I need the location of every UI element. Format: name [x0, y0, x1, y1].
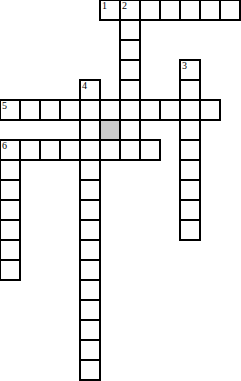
- grid-cell[interactable]: [0, 179, 21, 201]
- grid-cell[interactable]: [179, 219, 201, 241]
- grid-cell[interactable]: [39, 99, 61, 121]
- grid-cell[interactable]: [59, 139, 81, 161]
- grid-cell[interactable]: [0, 199, 21, 221]
- grid-cell[interactable]: [119, 19, 141, 41]
- grid-cell[interactable]: 2: [119, 0, 141, 21]
- grid-cell[interactable]: [0, 259, 21, 281]
- grid-cell[interactable]: [179, 0, 201, 21]
- grid-cell[interactable]: [179, 79, 201, 101]
- grid-cell[interactable]: [99, 139, 121, 161]
- clue-number: 4: [82, 81, 87, 90]
- grid-cell[interactable]: [79, 299, 101, 321]
- grid-cell[interactable]: [39, 139, 61, 161]
- grid-cell[interactable]: [19, 99, 41, 121]
- grid-cell[interactable]: [79, 159, 101, 181]
- grid-cell[interactable]: [179, 179, 201, 201]
- crossword-board: 123456: [0, 0, 241, 381]
- clue-number: 5: [2, 101, 7, 110]
- grid-cell[interactable]: [119, 59, 141, 81]
- grid-cell[interactable]: [159, 99, 181, 121]
- grid-cell[interactable]: [19, 139, 41, 161]
- grid-cell[interactable]: 3: [179, 59, 201, 81]
- grid-cell[interactable]: [79, 319, 101, 341]
- grid-cell[interactable]: [79, 279, 101, 301]
- grid-cell[interactable]: [139, 0, 161, 21]
- grid-cell[interactable]: [99, 99, 121, 121]
- grid-cell[interactable]: [119, 79, 141, 101]
- grid-cell[interactable]: [79, 199, 101, 221]
- clue-number: 3: [182, 61, 187, 70]
- grid-cell[interactable]: [119, 119, 141, 141]
- grid-cell[interactable]: [79, 139, 101, 161]
- grid-cell[interactable]: [219, 0, 241, 21]
- grid-cell[interactable]: [139, 99, 161, 121]
- grid-cell[interactable]: [179, 199, 201, 221]
- grid-cell[interactable]: [59, 99, 81, 121]
- grid-cell[interactable]: [199, 0, 221, 21]
- grid-cell[interactable]: 6: [0, 139, 21, 161]
- grid-cell[interactable]: [199, 99, 221, 121]
- grid-cell[interactable]: [79, 179, 101, 201]
- grid-cell[interactable]: [119, 99, 141, 121]
- grid-cell[interactable]: [79, 339, 101, 361]
- grid-cell[interactable]: [179, 159, 201, 181]
- clue-number: 6: [2, 141, 7, 150]
- grid-cell[interactable]: [179, 119, 201, 141]
- clue-number: 1: [102, 1, 107, 10]
- grid-cell[interactable]: [79, 219, 101, 241]
- grid-cell[interactable]: [0, 219, 21, 241]
- grid-cell[interactable]: [79, 359, 101, 381]
- grid-cell[interactable]: [119, 39, 141, 61]
- grid-cell[interactable]: [179, 139, 201, 161]
- grid-cell[interactable]: [179, 99, 201, 121]
- grid-cell[interactable]: [159, 0, 181, 21]
- grid-cell[interactable]: 5: [0, 99, 21, 121]
- clue-number: 2: [122, 1, 127, 10]
- grid-cell[interactable]: [79, 259, 101, 281]
- grid-cell[interactable]: [79, 99, 101, 121]
- grid-cell[interactable]: 1: [99, 0, 121, 21]
- block-cell: [99, 119, 121, 141]
- grid-cell[interactable]: [139, 139, 161, 161]
- grid-cell[interactable]: [79, 239, 101, 261]
- grid-cell[interactable]: [0, 159, 21, 181]
- grid-cell[interactable]: 4: [79, 79, 101, 101]
- grid-cell[interactable]: [119, 139, 141, 161]
- grid-cell[interactable]: [79, 119, 101, 141]
- grid-cell[interactable]: [0, 239, 21, 261]
